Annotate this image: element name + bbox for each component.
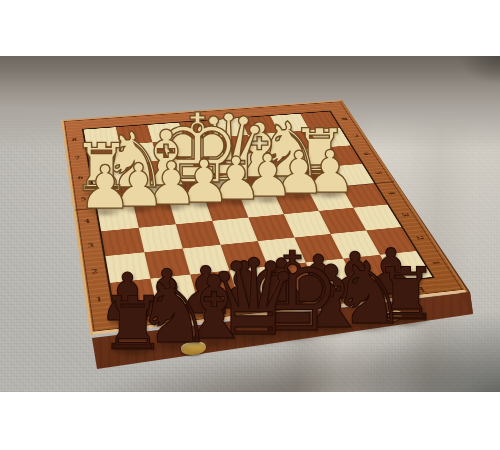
rank-label: 8	[71, 137, 77, 142]
rank-label: 6	[362, 152, 372, 155]
rank-label: 5	[374, 171, 384, 175]
file-label: C	[217, 307, 228, 317]
rank-label: 6	[77, 174, 83, 180]
rank-label: 7	[350, 134, 359, 137]
rank-label: 7	[74, 155, 80, 160]
rank-label: 3	[400, 212, 411, 216]
file-label: G	[375, 289, 388, 298]
file-label: F	[337, 294, 348, 303]
letterbox-bottom	[0, 392, 500, 450]
rank-label: 1	[430, 260, 442, 265]
rank-label: 8	[340, 117, 349, 120]
rank-label: 4	[386, 191, 397, 195]
board-square	[110, 279, 157, 312]
rank-label: 4	[83, 217, 90, 223]
file-label: H	[413, 285, 427, 294]
file-label: D	[257, 302, 269, 312]
rank-label: 5	[80, 195, 87, 201]
file-label: A	[133, 316, 143, 326]
photo-area: 8765432187654321ABCDEFGH ♜♞♝♚♛♝♞♜♟♟♟♟♟♟♟…	[0, 56, 500, 392]
rank-label: 2	[91, 267, 99, 275]
photo-frame: 8765432187654321ABCDEFGH ♜♞♝♚♛♝♞♜♟♟♟♟♟♟♟…	[0, 0, 500, 450]
letterbox-top	[0, 0, 500, 56]
file-label: B	[175, 312, 186, 322]
rank-label: 3	[87, 241, 94, 248]
file-label: E	[298, 298, 310, 308]
rank-label: 2	[414, 235, 425, 240]
rank-label: 1	[95, 294, 103, 302]
